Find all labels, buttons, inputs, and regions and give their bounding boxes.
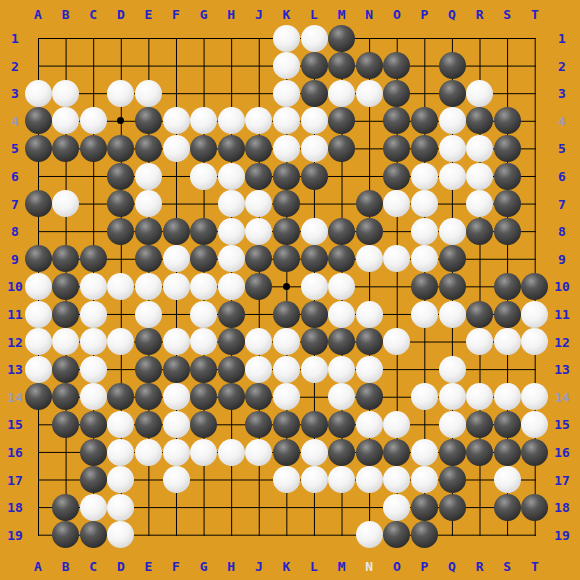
stone-black-T10[interactable] — [521, 273, 548, 300]
stone-white-K17[interactable] — [273, 466, 300, 493]
row-label-left-6: 6 — [11, 169, 19, 184]
stone-black-E13[interactable] — [135, 356, 162, 383]
stone-white-F16[interactable] — [163, 439, 190, 466]
stone-white-R5[interactable] — [466, 135, 493, 162]
stone-white-A10[interactable] — [25, 273, 52, 300]
row-label-right-3: 3 — [558, 86, 566, 101]
stone-black-J10[interactable] — [245, 273, 272, 300]
stone-white-K13[interactable] — [273, 356, 300, 383]
stone-white-F12[interactable] — [163, 328, 190, 355]
stone-black-Q9[interactable] — [439, 245, 466, 272]
col-label-top-P: P — [420, 7, 428, 22]
stone-white-F17[interactable] — [163, 466, 190, 493]
col-label-top-D: D — [117, 7, 125, 22]
stone-black-O6[interactable] — [383, 163, 410, 190]
col-label-top-T: T — [531, 7, 539, 22]
stone-black-N12[interactable] — [356, 328, 383, 355]
stone-white-L17[interactable] — [301, 466, 328, 493]
stone-white-N9[interactable] — [356, 245, 383, 272]
stone-black-S7[interactable] — [494, 190, 521, 217]
stone-white-O18[interactable] — [383, 494, 410, 521]
stone-white-G11[interactable] — [190, 301, 217, 328]
stone-white-C10[interactable] — [80, 273, 107, 300]
stone-black-Q16[interactable] — [439, 439, 466, 466]
stone-black-T18[interactable] — [521, 494, 548, 521]
stone-white-S17[interactable] — [494, 466, 521, 493]
row-label-left-14: 14 — [7, 389, 23, 404]
stone-black-J6[interactable] — [245, 163, 272, 190]
stone-white-A12[interactable] — [25, 328, 52, 355]
stone-black-N2[interactable] — [356, 52, 383, 79]
col-label-top-M: M — [338, 7, 346, 22]
stone-black-E4[interactable] — [135, 107, 162, 134]
stone-white-R3[interactable] — [466, 80, 493, 107]
stone-black-O19[interactable] — [383, 521, 410, 548]
stone-black-S16[interactable] — [494, 439, 521, 466]
stone-white-E7[interactable] — [135, 190, 162, 217]
stone-white-C14[interactable] — [80, 383, 107, 410]
stone-white-A13[interactable] — [25, 356, 52, 383]
stone-black-K8[interactable] — [273, 218, 300, 245]
stone-black-M16[interactable] — [328, 439, 355, 466]
stone-black-T16[interactable] — [521, 439, 548, 466]
col-label-top-F: F — [172, 7, 180, 22]
row-label-left-16: 16 — [7, 445, 23, 460]
stone-white-S14[interactable] — [494, 383, 521, 410]
stone-black-P10[interactable] — [411, 273, 438, 300]
row-label-right-1: 1 — [558, 31, 566, 46]
stone-white-B3[interactable] — [52, 80, 79, 107]
stone-black-K6[interactable] — [273, 163, 300, 190]
stone-black-K11[interactable] — [273, 301, 300, 328]
col-label-bottom-H: H — [227, 559, 235, 574]
stone-white-P7[interactable] — [411, 190, 438, 217]
row-label-right-14: 14 — [554, 389, 570, 404]
stone-black-J5[interactable] — [245, 135, 272, 162]
stone-black-S5[interactable] — [494, 135, 521, 162]
stone-white-E10[interactable] — [135, 273, 162, 300]
stone-white-S12[interactable] — [494, 328, 521, 355]
stone-white-H16[interactable] — [218, 439, 245, 466]
stone-black-A5[interactable] — [25, 135, 52, 162]
row-label-right-7: 7 — [558, 196, 566, 211]
stone-white-F15[interactable] — [163, 411, 190, 438]
col-label-bottom-Q: Q — [448, 559, 456, 574]
col-label-top-A: A — [34, 7, 42, 22]
stone-black-E14[interactable] — [135, 383, 162, 410]
stone-white-B7[interactable] — [52, 190, 79, 217]
stone-white-C13[interactable] — [80, 356, 107, 383]
stone-black-B19[interactable] — [52, 521, 79, 548]
stone-black-K7[interactable] — [273, 190, 300, 217]
stone-white-C11[interactable] — [80, 301, 107, 328]
stone-white-T12[interactable] — [521, 328, 548, 355]
row-label-right-6: 6 — [558, 169, 566, 184]
stone-white-P8[interactable] — [411, 218, 438, 245]
stone-black-Q2[interactable] — [439, 52, 466, 79]
stone-white-K4[interactable] — [273, 107, 300, 134]
stone-white-H8[interactable] — [218, 218, 245, 245]
row-label-right-11: 11 — [554, 307, 570, 322]
stone-white-F14[interactable] — [163, 383, 190, 410]
stone-black-E12[interactable] — [135, 328, 162, 355]
stone-black-M15[interactable] — [328, 411, 355, 438]
stone-black-E8[interactable] — [135, 218, 162, 245]
stone-white-L10[interactable] — [301, 273, 328, 300]
row-label-right-19: 19 — [554, 527, 570, 542]
stone-white-C18[interactable] — [80, 494, 107, 521]
stone-black-J15[interactable] — [245, 411, 272, 438]
stone-black-S18[interactable] — [494, 494, 521, 521]
col-label-bottom-S: S — [503, 559, 511, 574]
stone-white-K2[interactable] — [273, 52, 300, 79]
row-label-left-3: 3 — [11, 86, 19, 101]
stone-black-A4[interactable] — [25, 107, 52, 134]
stone-white-C4[interactable] — [80, 107, 107, 134]
col-label-top-J: J — [255, 7, 263, 22]
row-label-left-1: 1 — [11, 31, 19, 46]
stone-black-C15[interactable] — [80, 411, 107, 438]
stone-black-E15[interactable] — [135, 411, 162, 438]
col-label-bottom-O: O — [393, 559, 401, 574]
row-label-left-7: 7 — [11, 196, 19, 211]
stone-black-O16[interactable] — [383, 439, 410, 466]
col-label-top-G: G — [200, 7, 208, 22]
stone-white-A3[interactable] — [25, 80, 52, 107]
stone-black-M2[interactable] — [328, 52, 355, 79]
stone-black-B13[interactable] — [52, 356, 79, 383]
stone-black-B10[interactable] — [52, 273, 79, 300]
stone-black-F8[interactable] — [163, 218, 190, 245]
stone-white-L8[interactable] — [301, 218, 328, 245]
stone-white-G6[interactable] — [190, 163, 217, 190]
stone-white-E6[interactable] — [135, 163, 162, 190]
stone-black-A14[interactable] — [25, 383, 52, 410]
stone-white-N11[interactable] — [356, 301, 383, 328]
stone-white-P9[interactable] — [411, 245, 438, 272]
stone-white-Q8[interactable] — [439, 218, 466, 245]
stone-black-G15[interactable] — [190, 411, 217, 438]
stone-black-M5[interactable] — [328, 135, 355, 162]
stone-black-P18[interactable] — [411, 494, 438, 521]
col-label-bottom-A: A — [34, 559, 42, 574]
col-label-top-O: O — [393, 7, 401, 22]
stone-white-L16[interactable] — [301, 439, 328, 466]
stone-white-G16[interactable] — [190, 439, 217, 466]
stone-white-F4[interactable] — [163, 107, 190, 134]
col-label-bottom-R: R — [476, 559, 484, 574]
stone-black-S8[interactable] — [494, 218, 521, 245]
row-label-right-2: 2 — [558, 58, 566, 73]
stone-black-L9[interactable] — [301, 245, 328, 272]
stone-black-O3[interactable] — [383, 80, 410, 107]
row-label-right-17: 17 — [554, 472, 570, 487]
col-label-top-N: N — [365, 7, 373, 22]
stone-black-A7[interactable] — [25, 190, 52, 217]
stone-white-N15[interactable] — [356, 411, 383, 438]
stone-white-Q4[interactable] — [439, 107, 466, 134]
star-point-K10 — [283, 283, 290, 290]
stone-black-Q3[interactable] — [439, 80, 466, 107]
stone-black-D8[interactable] — [107, 218, 134, 245]
col-label-bottom-P: P — [420, 559, 428, 574]
stone-black-K16[interactable] — [273, 439, 300, 466]
stone-black-P5[interactable] — [411, 135, 438, 162]
stone-black-S11[interactable] — [494, 301, 521, 328]
stone-black-B18[interactable] — [52, 494, 79, 521]
stone-black-B5[interactable] — [52, 135, 79, 162]
stone-black-M12[interactable] — [328, 328, 355, 355]
stone-white-O15[interactable] — [383, 411, 410, 438]
stone-white-P6[interactable] — [411, 163, 438, 190]
stone-white-K5[interactable] — [273, 135, 300, 162]
row-label-left-9: 9 — [11, 251, 19, 266]
stone-black-G5[interactable] — [190, 135, 217, 162]
stone-white-J8[interactable] — [245, 218, 272, 245]
stone-white-K14[interactable] — [273, 383, 300, 410]
stone-white-F9[interactable] — [163, 245, 190, 272]
stone-white-K1[interactable] — [273, 25, 300, 52]
stone-black-F13[interactable] — [163, 356, 190, 383]
stone-black-C16[interactable] — [80, 439, 107, 466]
stone-white-P11[interactable] — [411, 301, 438, 328]
stone-white-D15[interactable] — [107, 411, 134, 438]
row-label-left-4: 4 — [11, 113, 19, 128]
col-label-bottom-J: J — [255, 559, 263, 574]
stone-black-G8[interactable] — [190, 218, 217, 245]
go-board-diagram: AABBCCDDEEFFGGHHJJKKLLMMNNOOPPQQRRSSTT11… — [0, 0, 580, 580]
stone-white-Q15[interactable] — [439, 411, 466, 438]
stone-white-R6[interactable] — [466, 163, 493, 190]
stone-white-L13[interactable] — [301, 356, 328, 383]
stone-black-C17[interactable] — [80, 466, 107, 493]
stone-white-L4[interactable] — [301, 107, 328, 134]
stone-black-D5[interactable] — [107, 135, 134, 162]
row-label-left-19: 19 — [7, 527, 23, 542]
stone-black-L2[interactable] — [301, 52, 328, 79]
stone-white-H9[interactable] — [218, 245, 245, 272]
col-label-top-S: S — [503, 7, 511, 22]
stone-white-Q13[interactable] — [439, 356, 466, 383]
stone-black-L6[interactable] — [301, 163, 328, 190]
stone-white-M13[interactable] — [328, 356, 355, 383]
stone-white-N3[interactable] — [356, 80, 383, 107]
col-label-bottom-L: L — [310, 559, 318, 574]
row-label-right-13: 13 — [554, 362, 570, 377]
row-label-right-8: 8 — [558, 224, 566, 239]
stone-black-D6[interactable] — [107, 163, 134, 190]
row-label-left-10: 10 — [7, 279, 23, 294]
row-label-left-13: 13 — [7, 362, 23, 377]
stone-white-D18[interactable] — [107, 494, 134, 521]
stone-black-R15[interactable] — [466, 411, 493, 438]
stone-white-T14[interactable] — [521, 383, 548, 410]
stone-black-O5[interactable] — [383, 135, 410, 162]
stone-black-N14[interactable] — [356, 383, 383, 410]
stone-white-P14[interactable] — [411, 383, 438, 410]
stone-white-C12[interactable] — [80, 328, 107, 355]
stone-black-R8[interactable] — [466, 218, 493, 245]
stone-white-J16[interactable] — [245, 439, 272, 466]
stone-black-L11[interactable] — [301, 301, 328, 328]
stone-white-M11[interactable] — [328, 301, 355, 328]
stone-black-S10[interactable] — [494, 273, 521, 300]
stone-white-D19[interactable] — [107, 521, 134, 548]
stone-black-Q17[interactable] — [439, 466, 466, 493]
row-label-left-2: 2 — [11, 58, 19, 73]
row-label-left-11: 11 — [7, 307, 23, 322]
stone-white-T15[interactable] — [521, 411, 548, 438]
stone-black-N7[interactable] — [356, 190, 383, 217]
stone-white-L5[interactable] — [301, 135, 328, 162]
row-label-right-18: 18 — [554, 500, 570, 515]
stone-white-A11[interactable] — [25, 301, 52, 328]
col-label-bottom-K: K — [282, 559, 290, 574]
stone-black-E5[interactable] — [135, 135, 162, 162]
stone-white-H6[interactable] — [218, 163, 245, 190]
stone-black-H11[interactable] — [218, 301, 245, 328]
col-label-top-Q: Q — [448, 7, 456, 22]
stone-black-P19[interactable] — [411, 521, 438, 548]
col-label-bottom-G: G — [200, 559, 208, 574]
stone-black-Q18[interactable] — [439, 494, 466, 521]
stone-white-K12[interactable] — [273, 328, 300, 355]
stone-black-S4[interactable] — [494, 107, 521, 134]
stone-white-D16[interactable] — [107, 439, 134, 466]
stone-white-H10[interactable] — [218, 273, 245, 300]
row-label-left-18: 18 — [7, 500, 23, 515]
stone-black-B15[interactable] — [52, 411, 79, 438]
stone-black-S6[interactable] — [494, 163, 521, 190]
stone-black-L12[interactable] — [301, 328, 328, 355]
stone-black-R16[interactable] — [466, 439, 493, 466]
stone-black-R11[interactable] — [466, 301, 493, 328]
row-label-right-9: 9 — [558, 251, 566, 266]
stone-white-D10[interactable] — [107, 273, 134, 300]
stone-white-B12[interactable] — [52, 328, 79, 355]
stone-white-F5[interactable] — [163, 135, 190, 162]
stone-white-P17[interactable] — [411, 466, 438, 493]
col-label-top-E: E — [144, 7, 152, 22]
stone-black-C5[interactable] — [80, 135, 107, 162]
stone-white-Q11[interactable] — [439, 301, 466, 328]
stone-white-G10[interactable] — [190, 273, 217, 300]
stone-black-C19[interactable] — [80, 521, 107, 548]
row-label-right-5: 5 — [558, 141, 566, 156]
row-label-right-15: 15 — [554, 417, 570, 432]
stone-black-B11[interactable] — [52, 301, 79, 328]
stone-black-P4[interactable] — [411, 107, 438, 134]
stone-white-Q14[interactable] — [439, 383, 466, 410]
col-label-bottom-N: N — [365, 559, 373, 574]
stone-black-H13[interactable] — [218, 356, 245, 383]
stone-white-F10[interactable] — [163, 273, 190, 300]
stone-white-J13[interactable] — [245, 356, 272, 383]
stone-white-N17[interactable] — [356, 466, 383, 493]
stone-black-N16[interactable] — [356, 439, 383, 466]
row-label-right-10: 10 — [554, 279, 570, 294]
stone-black-G13[interactable] — [190, 356, 217, 383]
col-label-top-L: L — [310, 7, 318, 22]
col-label-bottom-D: D — [117, 559, 125, 574]
stone-black-S15[interactable] — [494, 411, 521, 438]
stone-white-N19[interactable] — [356, 521, 383, 548]
stone-black-C9[interactable] — [80, 245, 107, 272]
row-label-right-4: 4 — [558, 113, 566, 128]
row-label-right-16: 16 — [554, 445, 570, 460]
stone-white-M17[interactable] — [328, 466, 355, 493]
stone-white-E3[interactable] — [135, 80, 162, 107]
stone-white-R7[interactable] — [466, 190, 493, 217]
stone-white-H4[interactable] — [218, 107, 245, 134]
stone-black-K15[interactable] — [273, 411, 300, 438]
stone-black-H5[interactable] — [218, 135, 245, 162]
stone-white-T11[interactable] — [521, 301, 548, 328]
stone-white-L1[interactable] — [301, 25, 328, 52]
row-label-left-17: 17 — [7, 472, 23, 487]
stone-white-R12[interactable] — [466, 328, 493, 355]
stone-black-A9[interactable] — [25, 245, 52, 272]
col-label-top-C: C — [89, 7, 97, 22]
stone-black-M8[interactable] — [328, 218, 355, 245]
stone-white-H7[interactable] — [218, 190, 245, 217]
stone-black-K9[interactable] — [273, 245, 300, 272]
row-label-left-5: 5 — [11, 141, 19, 156]
stone-black-M1[interactable] — [328, 25, 355, 52]
col-label-bottom-C: C — [89, 559, 97, 574]
stone-white-N13[interactable] — [356, 356, 383, 383]
col-label-bottom-T: T — [531, 559, 539, 574]
stone-black-N8[interactable] — [356, 218, 383, 245]
stone-black-L3[interactable] — [301, 80, 328, 107]
stone-black-H14[interactable] — [218, 383, 245, 410]
col-label-bottom-E: E — [144, 559, 152, 574]
stone-white-M10[interactable] — [328, 273, 355, 300]
stone-black-L15[interactable] — [301, 411, 328, 438]
stone-white-Q5[interactable] — [439, 135, 466, 162]
stone-black-E9[interactable] — [135, 245, 162, 272]
col-label-top-H: H — [227, 7, 235, 22]
col-label-top-B: B — [62, 7, 70, 22]
stone-white-G12[interactable] — [190, 328, 217, 355]
row-label-right-12: 12 — [554, 334, 570, 349]
col-label-bottom-F: F — [172, 559, 180, 574]
stone-white-Q6[interactable] — [439, 163, 466, 190]
stone-white-K3[interactable] — [273, 80, 300, 107]
col-label-top-R: R — [476, 7, 484, 22]
stone-black-H12[interactable] — [218, 328, 245, 355]
stone-white-E16[interactable] — [135, 439, 162, 466]
col-label-bottom-B: B — [62, 559, 70, 574]
stone-white-P16[interactable] — [411, 439, 438, 466]
row-label-left-8: 8 — [11, 224, 19, 239]
stone-black-Q10[interactable] — [439, 273, 466, 300]
stone-white-D3[interactable] — [107, 80, 134, 107]
col-label-bottom-M: M — [338, 559, 346, 574]
row-label-left-12: 12 — [7, 334, 23, 349]
col-label-top-K: K — [282, 7, 290, 22]
stone-white-E11[interactable] — [135, 301, 162, 328]
row-label-left-15: 15 — [7, 417, 23, 432]
stone-white-M3[interactable] — [328, 80, 355, 107]
